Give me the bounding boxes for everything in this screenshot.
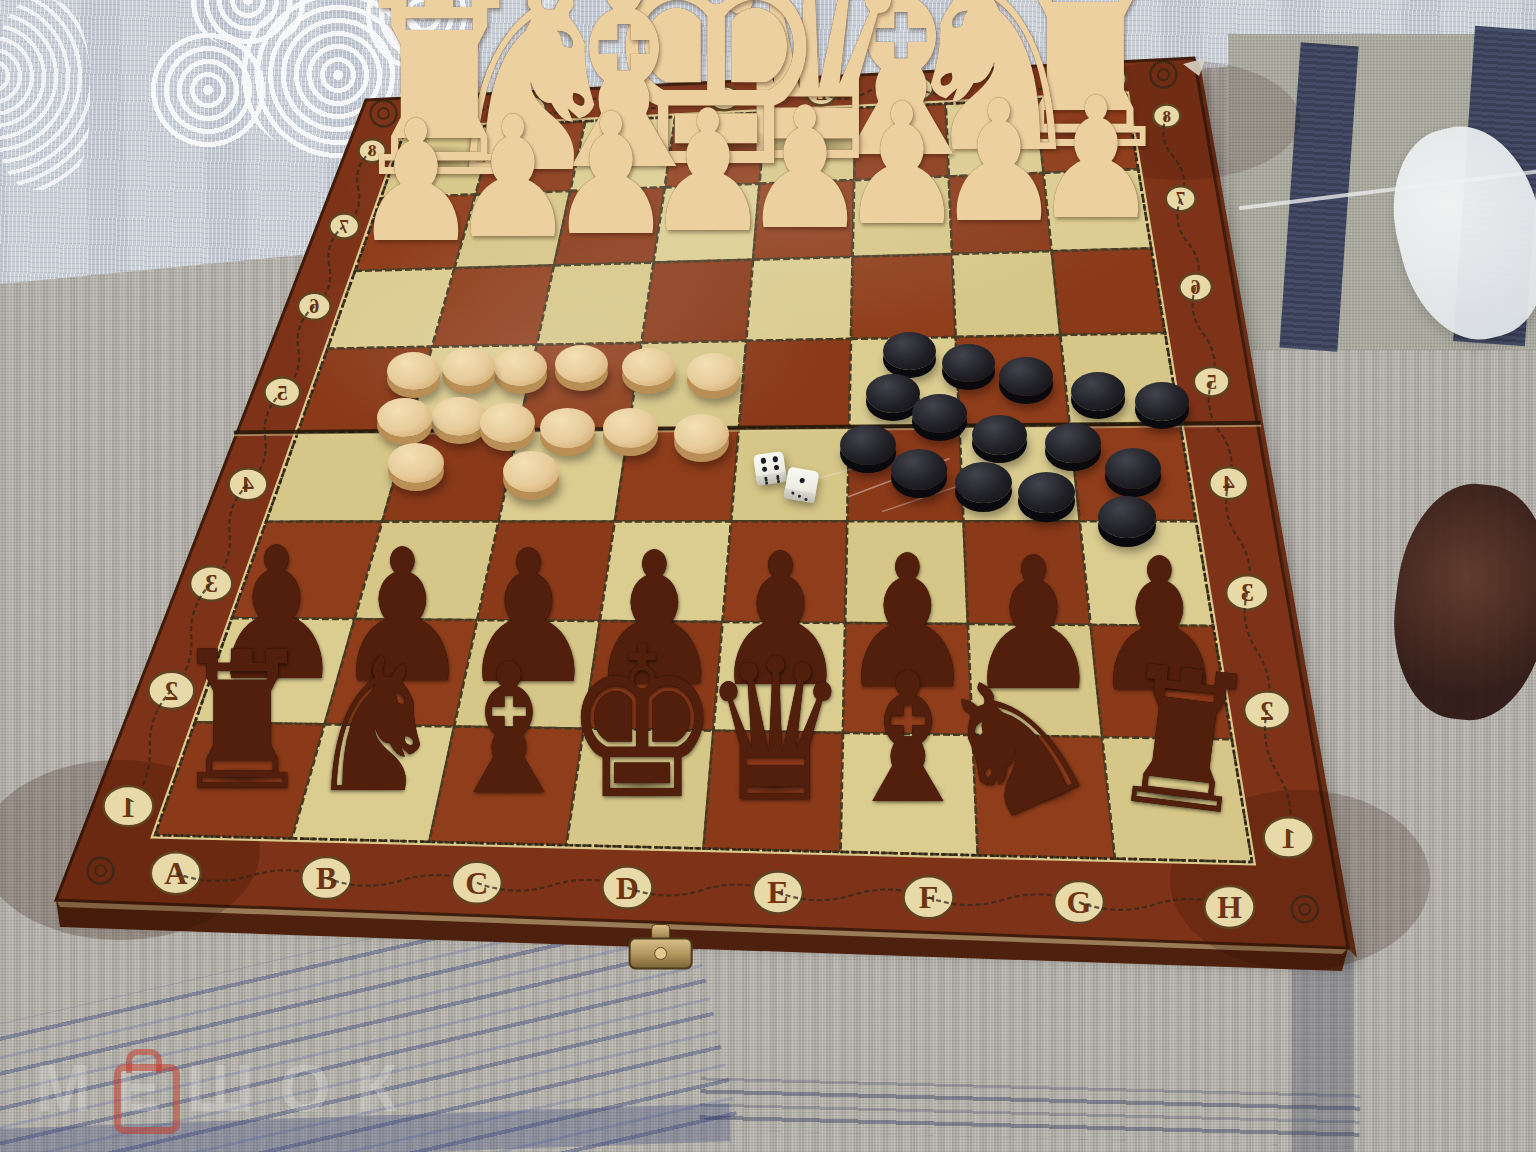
square-h2[interactable] [1091, 625, 1232, 739]
square-d1[interactable] [566, 729, 713, 849]
square-f1[interactable] [841, 733, 978, 855]
game-board[interactable]: AABBCCDDEEFFGGHH8877665544332211 [0, 0, 1536, 1152]
square-c2[interactable] [454, 620, 600, 729]
rank-label-left-1-text: 1 [121, 790, 136, 823]
square-h1[interactable] [1102, 737, 1252, 862]
square-e4[interactable] [731, 427, 849, 522]
rank-label-right-1-text: 1 [1281, 821, 1296, 854]
watermark-text: МЕШОК [36, 1050, 423, 1126]
square-g4[interactable] [960, 425, 1080, 522]
file-label-top-h-text: H [1105, 69, 1119, 89]
square-e2[interactable] [713, 622, 845, 733]
square-h3[interactable] [1080, 521, 1213, 626]
square-g5[interactable] [956, 335, 1070, 426]
square-e3[interactable] [723, 521, 848, 623]
square-d3[interactable] [600, 521, 731, 622]
square-g3[interactable] [964, 521, 1091, 625]
square-g2[interactable] [968, 624, 1102, 737]
square-f2[interactable] [843, 623, 973, 735]
square-d2[interactable] [584, 621, 723, 731]
hinge-screw [655, 947, 667, 959]
square-c3[interactable] [477, 522, 615, 622]
file-label-bottom-h-text: H [1217, 889, 1242, 925]
square-e1[interactable] [704, 731, 844, 852]
square-f5[interactable] [849, 337, 959, 427]
watermark: МЕШОК [30, 1042, 650, 1142]
photo-scene: AABBCCDDEEFFGGHH8877665544332211 ♜♞♝♛♚♝♞… [0, 0, 1536, 1152]
shopping-bag-icon [114, 1064, 180, 1134]
square-h5[interactable] [1060, 333, 1180, 425]
square-c1[interactable] [429, 727, 584, 846]
square-f3[interactable] [845, 521, 968, 624]
square-g1[interactable] [973, 735, 1115, 859]
square-h4[interactable] [1070, 424, 1196, 522]
square-f4[interactable] [847, 426, 963, 522]
